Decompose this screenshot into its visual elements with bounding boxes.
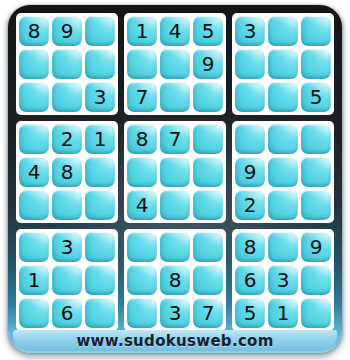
cell-r1c1[interactable]: 8: [19, 16, 49, 46]
cell-r4c9[interactable]: [301, 124, 331, 154]
cell-r6c1[interactable]: [19, 190, 49, 220]
box-7: 316: [16, 229, 118, 331]
cell-r5c4[interactable]: [127, 157, 157, 187]
cell-r3c3[interactable]: 3: [85, 82, 115, 112]
cell-r6c4[interactable]: 4: [127, 190, 157, 220]
box-3: 35: [232, 13, 334, 115]
cell-r6c7[interactable]: 2: [235, 190, 265, 220]
box-2: 14597: [124, 13, 226, 115]
cell-r4c2[interactable]: 2: [52, 124, 82, 154]
cell-r2c7[interactable]: [235, 49, 265, 79]
cell-r1c9[interactable]: [301, 16, 331, 46]
cell-r9c7[interactable]: 5: [235, 298, 265, 328]
cell-r8c5[interactable]: 8: [160, 265, 190, 295]
cell-r3c6[interactable]: [193, 82, 223, 112]
cell-r5c1[interactable]: 4: [19, 157, 49, 187]
cell-r3c1[interactable]: [19, 82, 49, 112]
cell-r1c2[interactable]: 9: [52, 16, 82, 46]
cell-r2c4[interactable]: [127, 49, 157, 79]
cell-r3c4[interactable]: 7: [127, 82, 157, 112]
cell-r7c1[interactable]: [19, 232, 49, 262]
box-5: 874: [124, 121, 226, 223]
cell-r5c3[interactable]: [85, 157, 115, 187]
cell-r8c4[interactable]: [127, 265, 157, 295]
cell-r4c3[interactable]: 1: [85, 124, 115, 154]
cell-r4c8[interactable]: [268, 124, 298, 154]
cell-r6c9[interactable]: [301, 190, 331, 220]
cell-r5c7[interactable]: 9: [235, 157, 265, 187]
cell-r9c4[interactable]: [127, 298, 157, 328]
cell-r9c6[interactable]: 7: [193, 298, 223, 328]
cell-r2c9[interactable]: [301, 49, 331, 79]
cell-r1c6[interactable]: 5: [193, 16, 223, 46]
cell-r3c8[interactable]: [268, 82, 298, 112]
cell-r8c1[interactable]: 1: [19, 265, 49, 295]
cell-r9c1[interactable]: [19, 298, 49, 328]
cell-r7c4[interactable]: [127, 232, 157, 262]
cell-r6c3[interactable]: [85, 190, 115, 220]
box-6: 92: [232, 121, 334, 223]
cell-r8c2[interactable]: [52, 265, 82, 295]
cell-r9c8[interactable]: 1: [268, 298, 298, 328]
cell-r1c8[interactable]: [268, 16, 298, 46]
cell-r5c8[interactable]: [268, 157, 298, 187]
cell-r8c7[interactable]: 6: [235, 265, 265, 295]
cell-r1c4[interactable]: 1: [127, 16, 157, 46]
cell-r4c1[interactable]: [19, 124, 49, 154]
website-url: www.sudokusweb.com: [76, 332, 273, 350]
cell-r7c2[interactable]: 3: [52, 232, 82, 262]
box-8: 837: [124, 229, 226, 331]
cell-r2c2[interactable]: [52, 49, 82, 79]
cell-r5c2[interactable]: 8: [52, 157, 82, 187]
cell-r5c6[interactable]: [193, 157, 223, 187]
cell-r8c9[interactable]: [301, 265, 331, 295]
cell-r2c3[interactable]: [85, 49, 115, 79]
cell-r6c6[interactable]: [193, 190, 223, 220]
cell-r3c9[interactable]: 5: [301, 82, 331, 112]
cell-r2c5[interactable]: [160, 49, 190, 79]
cell-r7c8[interactable]: [268, 232, 298, 262]
cell-r4c4[interactable]: 8: [127, 124, 157, 154]
cell-r7c6[interactable]: [193, 232, 223, 262]
cell-r8c8[interactable]: 3: [268, 265, 298, 295]
box-4: 2148: [16, 121, 118, 223]
cell-r5c5[interactable]: [160, 157, 190, 187]
cell-r6c2[interactable]: [52, 190, 82, 220]
cell-r3c7[interactable]: [235, 82, 265, 112]
cell-r2c8[interactable]: [268, 49, 298, 79]
sudoku-board: 8931459735214887492316837896351: [16, 13, 334, 331]
cell-r9c2[interactable]: 6: [52, 298, 82, 328]
box-1: 893: [16, 13, 118, 115]
cell-r1c5[interactable]: 4: [160, 16, 190, 46]
cell-r8c6[interactable]: [193, 265, 223, 295]
cell-r4c7[interactable]: [235, 124, 265, 154]
box-9: 896351: [232, 229, 334, 331]
cell-r6c8[interactable]: [268, 190, 298, 220]
cell-r1c7[interactable]: 3: [235, 16, 265, 46]
cell-r1c3[interactable]: [85, 16, 115, 46]
cell-r3c2[interactable]: [52, 82, 82, 112]
cell-r7c9[interactable]: 9: [301, 232, 331, 262]
footer-banner: www.sudokusweb.com: [13, 330, 337, 351]
cell-r2c6[interactable]: 9: [193, 49, 223, 79]
cell-r7c3[interactable]: [85, 232, 115, 262]
cell-r3c5[interactable]: [160, 82, 190, 112]
cell-r5c9[interactable]: [301, 157, 331, 187]
cell-r4c5[interactable]: 7: [160, 124, 190, 154]
cell-r6c5[interactable]: [160, 190, 190, 220]
cell-r4c6[interactable]: [193, 124, 223, 154]
cell-r8c3[interactable]: [85, 265, 115, 295]
cell-r9c9[interactable]: [301, 298, 331, 328]
cell-r7c7[interactable]: 8: [235, 232, 265, 262]
cell-r9c3[interactable]: [85, 298, 115, 328]
sudoku-frame: 8931459735214887492316837896351 www.sudo…: [8, 5, 342, 353]
cell-r9c5[interactable]: 3: [160, 298, 190, 328]
cell-r7c5[interactable]: [160, 232, 190, 262]
cell-r2c1[interactable]: [19, 49, 49, 79]
